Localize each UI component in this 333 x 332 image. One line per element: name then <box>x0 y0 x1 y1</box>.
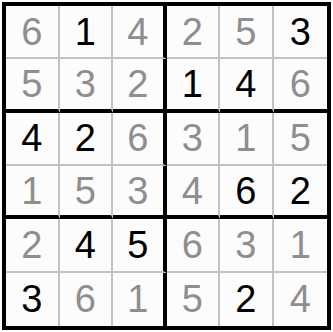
cell-r5c3[interactable]: 5 <box>113 219 167 272</box>
cell-r2c1[interactable]: 5 <box>6 59 60 112</box>
cell-r1c3[interactable]: 4 <box>113 6 167 59</box>
cell-r4c1[interactable]: 1 <box>6 166 60 219</box>
cell-r5c6[interactable]: 1 <box>274 219 328 272</box>
cell-r3c5[interactable]: 1 <box>220 113 274 166</box>
cell-r1c4[interactable]: 2 <box>167 6 221 59</box>
cell-r6c1[interactable]: 3 <box>6 273 60 326</box>
cell-r2c2[interactable]: 3 <box>60 59 114 112</box>
cell-r5c4[interactable]: 6 <box>167 219 221 272</box>
cell-r3c1[interactable]: 4 <box>6 113 60 166</box>
cell-r3c3[interactable]: 6 <box>113 113 167 166</box>
cell-r6c4[interactable]: 5 <box>167 273 221 326</box>
cell-r6c2[interactable]: 6 <box>60 273 114 326</box>
cell-r4c3[interactable]: 3 <box>113 166 167 219</box>
cell-r4c5[interactable]: 6 <box>220 166 274 219</box>
cell-r4c2[interactable]: 5 <box>60 166 114 219</box>
cell-r2c6[interactable]: 6 <box>274 59 328 112</box>
cell-r6c3[interactable]: 1 <box>113 273 167 326</box>
cell-r5c1[interactable]: 2 <box>6 219 60 272</box>
cell-r4c4[interactable]: 4 <box>167 166 221 219</box>
cell-r5c5[interactable]: 3 <box>220 219 274 272</box>
cell-r1c5[interactable]: 5 <box>220 6 274 59</box>
cell-r2c3[interactable]: 2 <box>113 59 167 112</box>
cell-r4c6[interactable]: 2 <box>274 166 328 219</box>
cell-r1c2[interactable]: 1 <box>60 6 114 59</box>
sudoku-board: 614253532146426315153462245631361524 <box>2 2 331 330</box>
cell-r2c5[interactable]: 4 <box>220 59 274 112</box>
cell-r3c6[interactable]: 5 <box>274 113 328 166</box>
cell-r2c4[interactable]: 1 <box>167 59 221 112</box>
cell-r3c4[interactable]: 3 <box>167 113 221 166</box>
cell-r6c5[interactable]: 2 <box>220 273 274 326</box>
cell-r1c6[interactable]: 3 <box>274 6 328 59</box>
cell-r6c6[interactable]: 4 <box>274 273 328 326</box>
cell-r5c2[interactable]: 4 <box>60 219 114 272</box>
cell-r3c2[interactable]: 2 <box>60 113 114 166</box>
cell-r1c1[interactable]: 6 <box>6 6 60 59</box>
